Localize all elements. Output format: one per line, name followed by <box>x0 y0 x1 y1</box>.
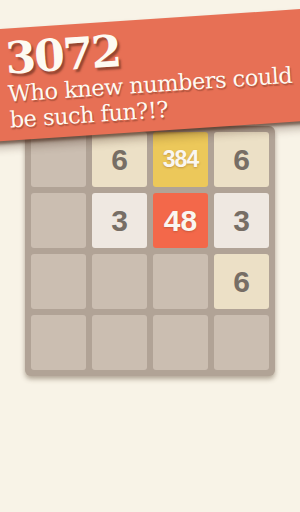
empty-cell-r4c2 <box>92 315 147 370</box>
tile-3-r2c4: 3 <box>214 193 269 248</box>
empty-cell-r4c1 <box>31 315 86 370</box>
empty-cell-r4c3 <box>153 315 208 370</box>
game-board[interactable]: 6384634836 <box>25 126 275 376</box>
empty-cell-r3c3 <box>153 254 208 309</box>
empty-cell-r2c1 <box>31 193 86 248</box>
app-screen: 6384634836 3072 Who knew numbers could b… <box>0 0 300 512</box>
tile-6-r1c2: 6 <box>92 132 147 187</box>
empty-cell-r1c1 <box>31 132 86 187</box>
header-banner: 3072 Who knew numbers could be such fun?… <box>0 8 300 142</box>
tile-6-r3c4: 6 <box>214 254 269 309</box>
tile-3-r2c2: 3 <box>92 193 147 248</box>
empty-cell-r3c2 <box>92 254 147 309</box>
empty-cell-r4c4 <box>214 315 269 370</box>
tile-384-r1c3: 384 <box>153 132 208 187</box>
tile-6-r1c4: 6 <box>214 132 269 187</box>
empty-cell-r3c1 <box>31 254 86 309</box>
tile-48-r2c3: 48 <box>153 193 208 248</box>
